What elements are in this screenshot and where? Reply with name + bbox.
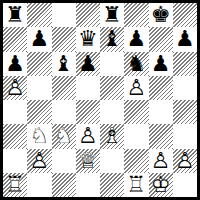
square-f1[interactable]: ♜♖	[124, 173, 148, 197]
white-pawn[interactable]: ♟♙	[27, 149, 51, 173]
white-pawn[interactable]: ♟♙	[173, 149, 197, 173]
square-b3[interactable]: ♞♘	[27, 124, 51, 148]
square-d8[interactable]	[76, 3, 100, 27]
white-king[interactable]: ♚♔	[149, 173, 173, 197]
black-pawn[interactable]: ♟	[173, 27, 197, 51]
chess-board-frame: ♜♜♚♟♛♝♟♟♟♝♟♞♟♟♙♟♙♞♘♞♘♟♙♝♗♟♙♛♕♟♙♟♙♜♖♜♖♚♔	[0, 0, 200, 200]
square-a2[interactable]	[3, 149, 27, 173]
black-pawn[interactable]: ♟	[3, 52, 27, 76]
square-c8[interactable]	[52, 3, 76, 27]
square-f4[interactable]	[124, 100, 148, 124]
square-d6[interactable]: ♟	[76, 52, 100, 76]
square-c1[interactable]	[52, 173, 76, 197]
square-g7[interactable]	[149, 27, 173, 51]
square-g2[interactable]: ♟♙	[149, 149, 173, 173]
square-a6[interactable]: ♟	[3, 52, 27, 76]
square-d7[interactable]: ♛	[76, 27, 100, 51]
square-e3[interactable]: ♝♗	[100, 124, 124, 148]
square-b5[interactable]	[27, 76, 51, 100]
square-b7[interactable]: ♟	[27, 27, 51, 51]
white-pawn[interactable]: ♟♙	[76, 124, 100, 148]
square-f5[interactable]: ♟♙	[124, 76, 148, 100]
square-b1[interactable]	[27, 173, 51, 197]
black-rook[interactable]: ♜	[3, 3, 27, 27]
square-e2[interactable]	[100, 149, 124, 173]
square-d4[interactable]	[76, 100, 100, 124]
square-a4[interactable]	[3, 100, 27, 124]
white-pawn[interactable]: ♟♙	[3, 76, 27, 100]
square-h4[interactable]	[173, 100, 197, 124]
square-d1[interactable]	[76, 173, 100, 197]
square-e8[interactable]: ♜	[100, 3, 124, 27]
square-e1[interactable]	[100, 173, 124, 197]
white-pawn[interactable]: ♟♙	[124, 76, 148, 100]
black-pawn[interactable]: ♟	[149, 52, 173, 76]
square-g3[interactable]	[149, 124, 173, 148]
square-a8[interactable]: ♜	[3, 3, 27, 27]
square-g4[interactable]	[149, 100, 173, 124]
square-c2[interactable]	[52, 149, 76, 173]
square-e4[interactable]	[100, 100, 124, 124]
black-king[interactable]: ♚	[149, 3, 173, 27]
square-h7[interactable]: ♟	[173, 27, 197, 51]
square-e6[interactable]	[100, 52, 124, 76]
square-b2[interactable]: ♟♙	[27, 149, 51, 173]
square-f7[interactable]: ♟	[124, 27, 148, 51]
square-g6[interactable]: ♟	[149, 52, 173, 76]
square-h8[interactable]	[173, 3, 197, 27]
square-d5[interactable]	[76, 76, 100, 100]
square-h2[interactable]: ♟♙	[173, 149, 197, 173]
square-g1[interactable]: ♚♔	[149, 173, 173, 197]
chess-board: ♜♜♚♟♛♝♟♟♟♝♟♞♟♟♙♟♙♞♘♞♘♟♙♝♗♟♙♛♕♟♙♟♙♜♖♜♖♚♔	[3, 3, 197, 197]
black-pawn[interactable]: ♟	[124, 27, 148, 51]
square-g8[interactable]: ♚	[149, 3, 173, 27]
square-d2[interactable]: ♛♕	[76, 149, 100, 173]
square-b6[interactable]	[27, 52, 51, 76]
square-f8[interactable]	[124, 3, 148, 27]
square-c4[interactable]	[52, 100, 76, 124]
black-bishop[interactable]: ♝	[100, 27, 124, 51]
square-c3[interactable]: ♞♘	[52, 124, 76, 148]
square-b4[interactable]	[27, 100, 51, 124]
square-h6[interactable]	[173, 52, 197, 76]
square-g5[interactable]	[149, 76, 173, 100]
white-queen[interactable]: ♛♕	[76, 149, 100, 173]
square-c7[interactable]	[52, 27, 76, 51]
square-f2[interactable]	[124, 149, 148, 173]
square-a1[interactable]: ♜♖	[3, 173, 27, 197]
black-rook[interactable]: ♜	[100, 3, 124, 27]
square-h1[interactable]	[173, 173, 197, 197]
square-a7[interactable]	[3, 27, 27, 51]
white-knight[interactable]: ♞♘	[27, 124, 51, 148]
square-c6[interactable]: ♝	[52, 52, 76, 76]
square-f3[interactable]	[124, 124, 148, 148]
white-bishop[interactable]: ♝♗	[100, 124, 124, 148]
black-queen[interactable]: ♛	[76, 27, 100, 51]
white-knight[interactable]: ♞♘	[52, 124, 76, 148]
square-d3[interactable]: ♟♙	[76, 124, 100, 148]
square-a3[interactable]	[3, 124, 27, 148]
black-knight[interactable]: ♞	[124, 52, 148, 76]
square-f6[interactable]: ♞	[124, 52, 148, 76]
white-pawn[interactable]: ♟♙	[149, 149, 173, 173]
square-a5[interactable]: ♟♙	[3, 76, 27, 100]
black-pawn[interactable]: ♟	[27, 27, 51, 51]
white-rook[interactable]: ♜♖	[3, 173, 27, 197]
black-pawn[interactable]: ♟	[76, 52, 100, 76]
square-c5[interactable]	[52, 76, 76, 100]
white-rook[interactable]: ♜♖	[124, 173, 148, 197]
square-b8[interactable]	[27, 3, 51, 27]
square-h3[interactable]	[173, 124, 197, 148]
square-h5[interactable]	[173, 76, 197, 100]
black-bishop[interactable]: ♝	[52, 52, 76, 76]
square-e7[interactable]: ♝	[100, 27, 124, 51]
square-e5[interactable]	[100, 76, 124, 100]
